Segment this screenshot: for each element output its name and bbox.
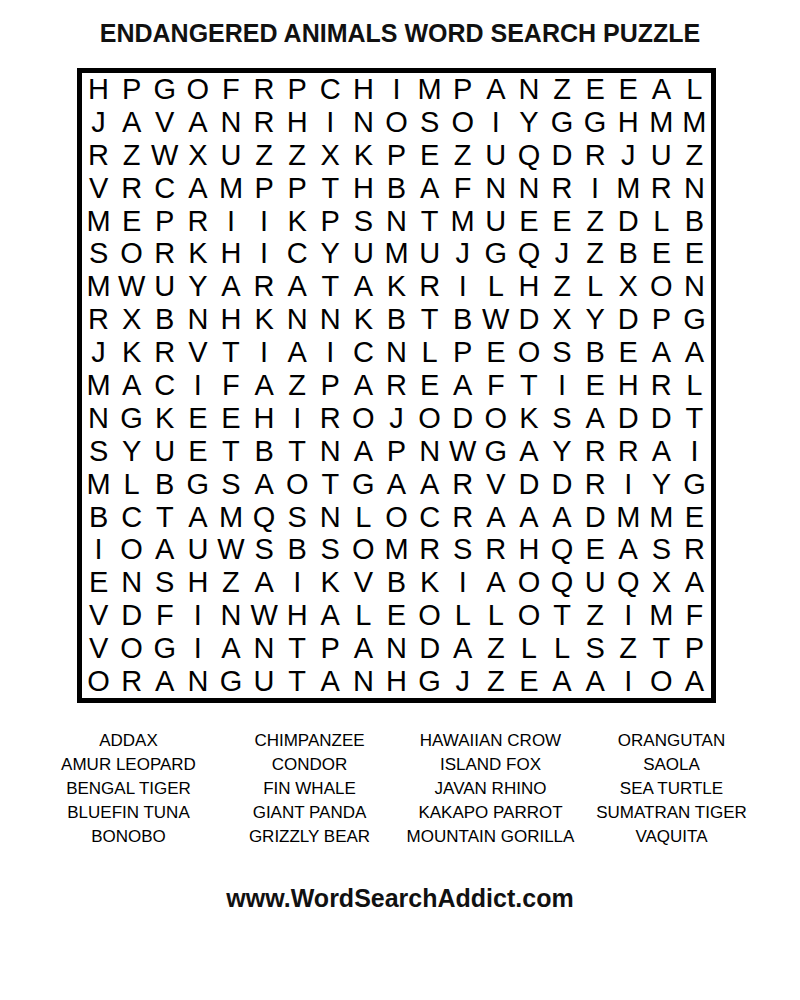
grid-cell[interactable]: K [347, 303, 380, 336]
grid-cell[interactable]: D [512, 303, 545, 336]
grid-cell[interactable]: Z [545, 270, 578, 303]
grid-cell[interactable]: N [82, 402, 115, 435]
grid-cell[interactable]: C [314, 73, 347, 106]
grid-cell[interactable]: G [115, 402, 148, 435]
grid-cell[interactable]: P [314, 205, 347, 238]
grid-cell[interactable]: G [347, 468, 380, 501]
grid-cell[interactable]: Z [612, 632, 645, 665]
grid-cell[interactable]: Q [248, 501, 281, 534]
grid-cell[interactable]: L [678, 73, 711, 106]
grid-cell[interactable]: A [545, 665, 578, 698]
grid-cell[interactable]: R [479, 534, 512, 567]
grid-cell[interactable]: A [214, 270, 247, 303]
grid-cell[interactable]: K [148, 402, 181, 435]
grid-cell[interactable]: F [148, 599, 181, 632]
grid-cell[interactable]: M [82, 369, 115, 402]
grid-cell[interactable]: D [612, 303, 645, 336]
grid-cell[interactable]: U [413, 237, 446, 270]
grid-cell[interactable]: B [380, 303, 413, 336]
grid-cell[interactable]: O [479, 402, 512, 435]
grid-cell[interactable]: I [314, 106, 347, 139]
grid-cell[interactable]: A [413, 172, 446, 205]
grid-cell[interactable]: Z [281, 369, 314, 402]
grid-cell[interactable]: T [148, 501, 181, 534]
grid-cell[interactable]: M [645, 501, 678, 534]
grid-cell[interactable]: E [479, 336, 512, 369]
grid-cell[interactable]: A [645, 435, 678, 468]
grid-cell[interactable]: I [82, 534, 115, 567]
grid-cell[interactable]: D [413, 632, 446, 665]
grid-cell[interactable]: B [248, 435, 281, 468]
grid-cell[interactable]: X [545, 303, 578, 336]
grid-cell[interactable]: C [281, 237, 314, 270]
grid-cell[interactable]: C [148, 369, 181, 402]
grid-cell[interactable]: Z [678, 139, 711, 172]
grid-cell[interactable]: U [347, 237, 380, 270]
grid-cell[interactable]: U [181, 534, 214, 567]
grid-cell[interactable]: R [82, 303, 115, 336]
grid-cell[interactable]: L [479, 270, 512, 303]
grid-cell[interactable]: H [82, 73, 115, 106]
grid-cell[interactable]: Z [579, 205, 612, 238]
grid-cell[interactable]: F [214, 369, 247, 402]
grid-cell[interactable]: Y [579, 303, 612, 336]
grid-cell[interactable]: H [347, 172, 380, 205]
grid-cell[interactable]: W [446, 435, 479, 468]
grid-cell[interactable]: A [115, 106, 148, 139]
grid-cell[interactable]: X [612, 270, 645, 303]
grid-cell[interactable]: L [479, 599, 512, 632]
grid-cell[interactable]: O [512, 566, 545, 599]
grid-cell[interactable]: A [314, 599, 347, 632]
grid-cell[interactable]: A [347, 632, 380, 665]
grid-cell[interactable]: L [347, 501, 380, 534]
grid-cell[interactable]: R [181, 205, 214, 238]
grid-cell[interactable]: Z [579, 599, 612, 632]
grid-cell[interactable]: Z [281, 139, 314, 172]
grid-cell[interactable]: U [248, 665, 281, 698]
grid-cell[interactable]: E [612, 73, 645, 106]
grid-cell[interactable]: A [214, 632, 247, 665]
grid-cell[interactable]: O [82, 665, 115, 698]
grid-cell[interactable]: G [214, 665, 247, 698]
grid-cell[interactable]: H [347, 73, 380, 106]
grid-cell[interactable]: A [314, 665, 347, 698]
grid-cell[interactable]: K [314, 566, 347, 599]
grid-cell[interactable]: O [347, 534, 380, 567]
grid-cell[interactable]: N [314, 303, 347, 336]
grid-cell[interactable]: D [545, 468, 578, 501]
grid-cell[interactable]: G [545, 106, 578, 139]
grid-cell[interactable]: Y [314, 237, 347, 270]
grid-cell[interactable]: I [314, 336, 347, 369]
grid-cell[interactable]: A [115, 369, 148, 402]
grid-cell[interactable]: E [579, 369, 612, 402]
grid-cell[interactable]: C [148, 172, 181, 205]
grid-cell[interactable]: O [115, 632, 148, 665]
grid-cell[interactable]: E [512, 205, 545, 238]
grid-cell[interactable]: N [479, 172, 512, 205]
grid-cell[interactable]: H [281, 599, 314, 632]
grid-cell[interactable]: J [82, 106, 115, 139]
grid-cell[interactable]: E [579, 534, 612, 567]
grid-cell[interactable]: G [413, 665, 446, 698]
grid-cell[interactable]: N [214, 599, 247, 632]
grid-cell[interactable]: Z [479, 632, 512, 665]
grid-cell[interactable]: Q [545, 534, 578, 567]
grid-cell[interactable]: V [82, 172, 115, 205]
grid-cell[interactable]: T [214, 336, 247, 369]
grid-cell[interactable]: Z [115, 139, 148, 172]
grid-cell[interactable]: A [347, 270, 380, 303]
grid-cell[interactable]: H [281, 106, 314, 139]
grid-cell[interactable]: G [479, 237, 512, 270]
grid-cell[interactable]: R [380, 369, 413, 402]
grid-cell[interactable]: X [314, 139, 347, 172]
grid-cell[interactable]: R [612, 435, 645, 468]
grid-cell[interactable]: K [115, 336, 148, 369]
grid-cell[interactable]: L [413, 336, 446, 369]
grid-cell[interactable]: K [512, 402, 545, 435]
grid-cell[interactable]: O [645, 665, 678, 698]
grid-cell[interactable]: O [347, 402, 380, 435]
grid-cell[interactable]: T [545, 599, 578, 632]
grid-cell[interactable]: R [579, 468, 612, 501]
grid-cell[interactable]: T [281, 665, 314, 698]
grid-cell[interactable]: O [181, 73, 214, 106]
grid-cell[interactable]: J [545, 237, 578, 270]
grid-cell[interactable]: A [413, 468, 446, 501]
grid-cell[interactable]: J [82, 336, 115, 369]
grid-cell[interactable]: A [678, 336, 711, 369]
grid-cell[interactable]: T [645, 632, 678, 665]
grid-cell[interactable]: V [148, 106, 181, 139]
grid-cell[interactable]: K [248, 303, 281, 336]
grid-cell[interactable]: N [512, 172, 545, 205]
grid-cell[interactable]: R [248, 270, 281, 303]
grid-cell[interactable]: X [181, 139, 214, 172]
grid-cell[interactable]: P [281, 172, 314, 205]
grid-cell[interactable]: T [281, 435, 314, 468]
grid-cell[interactable]: H [612, 106, 645, 139]
grid-cell[interactable]: E [579, 73, 612, 106]
grid-cell[interactable]: M [214, 172, 247, 205]
grid-cell[interactable]: E [380, 599, 413, 632]
grid-cell[interactable]: S [545, 336, 578, 369]
grid-cell[interactable]: Y [181, 270, 214, 303]
grid-cell[interactable]: W [479, 303, 512, 336]
grid-cell[interactable]: E [512, 665, 545, 698]
grid-cell[interactable]: E [645, 237, 678, 270]
grid-cell[interactable]: F [678, 599, 711, 632]
grid-cell[interactable]: Z [248, 139, 281, 172]
grid-cell[interactable]: O [380, 106, 413, 139]
grid-cell[interactable]: L [545, 632, 578, 665]
grid-cell[interactable]: B [380, 566, 413, 599]
grid-cell[interactable]: X [115, 303, 148, 336]
grid-cell[interactable]: A [446, 632, 479, 665]
grid-cell[interactable]: P [115, 73, 148, 106]
grid-cell[interactable]: G [181, 468, 214, 501]
grid-cell[interactable]: H [214, 303, 247, 336]
grid-cell[interactable]: I [181, 599, 214, 632]
grid-cell[interactable]: U [148, 270, 181, 303]
grid-cell[interactable]: A [248, 566, 281, 599]
grid-cell[interactable]: R [148, 336, 181, 369]
grid-cell[interactable]: I [281, 402, 314, 435]
grid-cell[interactable]: O [281, 468, 314, 501]
grid-cell[interactable]: I [579, 172, 612, 205]
grid-cell[interactable]: T [314, 270, 347, 303]
grid-cell[interactable]: Q [612, 566, 645, 599]
grid-cell[interactable]: D [612, 205, 645, 238]
grid-cell[interactable]: E [181, 435, 214, 468]
grid-cell[interactable]: V [347, 566, 380, 599]
grid-cell[interactable]: C [413, 501, 446, 534]
grid-cell[interactable]: D [545, 139, 578, 172]
grid-cell[interactable]: U [214, 139, 247, 172]
grid-cell[interactable]: M [446, 205, 479, 238]
grid-cell[interactable]: L [645, 205, 678, 238]
grid-cell[interactable]: T [413, 303, 446, 336]
grid-cell[interactable]: T [413, 205, 446, 238]
grid-cell[interactable]: F [214, 73, 247, 106]
grid-cell[interactable]: A [678, 665, 711, 698]
grid-cell[interactable]: M [82, 468, 115, 501]
grid-cell[interactable]: L [446, 599, 479, 632]
grid-cell[interactable]: M [612, 172, 645, 205]
grid-cell[interactable]: E [678, 501, 711, 534]
grid-cell[interactable]: S [281, 501, 314, 534]
grid-cell[interactable]: I [446, 270, 479, 303]
grid-cell[interactable]: S [545, 402, 578, 435]
grid-cell[interactable]: R [248, 106, 281, 139]
grid-cell[interactable]: N [512, 73, 545, 106]
grid-cell[interactable]: T [214, 435, 247, 468]
grid-cell[interactable]: E [214, 402, 247, 435]
grid-cell[interactable]: E [413, 139, 446, 172]
grid-cell[interactable]: V [479, 468, 512, 501]
grid-cell[interactable]: T [281, 632, 314, 665]
grid-cell[interactable]: R [678, 534, 711, 567]
grid-cell[interactable]: A [347, 435, 380, 468]
grid-cell[interactable]: S [413, 106, 446, 139]
grid-cell[interactable]: R [115, 172, 148, 205]
grid-cell[interactable]: A [248, 468, 281, 501]
grid-cell[interactable]: M [612, 501, 645, 534]
grid-cell[interactable]: B [446, 303, 479, 336]
grid-cell[interactable]: L [347, 599, 380, 632]
grid-cell[interactable]: I [281, 566, 314, 599]
grid-cell[interactable]: Y [645, 468, 678, 501]
grid-cell[interactable]: L [115, 468, 148, 501]
grid-cell[interactable]: A [612, 534, 645, 567]
grid-cell[interactable]: A [446, 369, 479, 402]
grid-cell[interactable]: R [545, 172, 578, 205]
grid-cell[interactable]: U [645, 139, 678, 172]
grid-cell[interactable]: A [512, 501, 545, 534]
grid-cell[interactable]: H [380, 665, 413, 698]
grid-cell[interactable]: W [248, 599, 281, 632]
grid-cell[interactable]: R [446, 468, 479, 501]
grid-cell[interactable]: P [314, 632, 347, 665]
grid-cell[interactable]: D [512, 468, 545, 501]
grid-cell[interactable]: E [545, 205, 578, 238]
grid-cell[interactable]: U [579, 566, 612, 599]
grid-cell[interactable]: I [214, 205, 247, 238]
grid-cell[interactable]: S [82, 435, 115, 468]
grid-cell[interactable]: N [413, 435, 446, 468]
grid-cell[interactable]: Q [512, 237, 545, 270]
grid-cell[interactable]: M [380, 534, 413, 567]
grid-cell[interactable]: S [645, 534, 678, 567]
grid-cell[interactable]: N [115, 566, 148, 599]
grid-cell[interactable]: R [446, 501, 479, 534]
grid-cell[interactable]: B [281, 534, 314, 567]
grid-cell[interactable]: R [579, 139, 612, 172]
grid-cell[interactable]: C [115, 501, 148, 534]
grid-cell[interactable]: I [181, 632, 214, 665]
grid-cell[interactable]: W [115, 270, 148, 303]
grid-cell[interactable]: M [82, 270, 115, 303]
grid-cell[interactable]: D [115, 599, 148, 632]
grid-cell[interactable]: N [380, 205, 413, 238]
grid-cell[interactable]: N [380, 336, 413, 369]
grid-cell[interactable]: I [380, 73, 413, 106]
grid-cell[interactable]: I [479, 106, 512, 139]
grid-cell[interactable]: H [214, 237, 247, 270]
grid-cell[interactable]: B [82, 501, 115, 534]
grid-cell[interactable]: V [181, 336, 214, 369]
grid-cell[interactable]: G [579, 106, 612, 139]
grid-cell[interactable]: U [479, 139, 512, 172]
grid-cell[interactable]: G [678, 303, 711, 336]
grid-cell[interactable]: O [413, 402, 446, 435]
grid-cell[interactable]: A [479, 501, 512, 534]
grid-cell[interactable]: F [446, 172, 479, 205]
grid-cell[interactable]: S [148, 566, 181, 599]
grid-cell[interactable]: N [281, 303, 314, 336]
grid-cell[interactable]: S [82, 237, 115, 270]
grid-cell[interactable]: N [678, 270, 711, 303]
grid-cell[interactable]: B [612, 237, 645, 270]
grid-cell[interactable]: D [612, 402, 645, 435]
grid-cell[interactable]: P [281, 73, 314, 106]
grid-cell[interactable]: A [181, 172, 214, 205]
grid-cell[interactable]: R [645, 369, 678, 402]
grid-cell[interactable]: I [248, 336, 281, 369]
grid-cell[interactable]: E [413, 369, 446, 402]
grid-cell[interactable]: P [446, 336, 479, 369]
grid-cell[interactable]: H [612, 369, 645, 402]
grid-cell[interactable]: H [512, 270, 545, 303]
grid-cell[interactable]: S [248, 534, 281, 567]
grid-cell[interactable]: J [446, 665, 479, 698]
grid-cell[interactable]: M [82, 205, 115, 238]
grid-cell[interactable]: Z [579, 237, 612, 270]
grid-cell[interactable]: D [645, 402, 678, 435]
grid-cell[interactable]: R [645, 172, 678, 205]
grid-cell[interactable]: O [512, 336, 545, 369]
grid-cell[interactable]: O [446, 106, 479, 139]
grid-cell[interactable]: N [181, 665, 214, 698]
grid-cell[interactable]: R [248, 73, 281, 106]
grid-cell[interactable]: N [380, 632, 413, 665]
grid-cell[interactable]: Z [479, 665, 512, 698]
grid-cell[interactable]: I [612, 665, 645, 698]
grid-cell[interactable]: J [446, 237, 479, 270]
grid-cell[interactable]: M [380, 237, 413, 270]
grid-cell[interactable]: T [314, 172, 347, 205]
grid-cell[interactable]: L [678, 369, 711, 402]
grid-cell[interactable]: K [347, 139, 380, 172]
grid-cell[interactable]: M [214, 501, 247, 534]
grid-cell[interactable]: P [678, 632, 711, 665]
grid-cell[interactable]: E [115, 205, 148, 238]
grid-cell[interactable]: O [645, 270, 678, 303]
grid-cell[interactable]: N [214, 106, 247, 139]
grid-cell[interactable]: Z [446, 139, 479, 172]
grid-cell[interactable]: A [148, 665, 181, 698]
grid-cell[interactable]: A [545, 501, 578, 534]
grid-cell[interactable]: P [446, 73, 479, 106]
grid-cell[interactable]: G [148, 73, 181, 106]
grid-cell[interactable]: A [347, 369, 380, 402]
grid-cell[interactable]: W [148, 139, 181, 172]
grid-cell[interactable]: A [181, 106, 214, 139]
grid-cell[interactable]: E [612, 336, 645, 369]
grid-cell[interactable]: O [512, 599, 545, 632]
grid-cell[interactable]: K [380, 270, 413, 303]
grid-cell[interactable]: N [181, 303, 214, 336]
grid-cell[interactable]: S [579, 632, 612, 665]
grid-cell[interactable]: O [413, 599, 446, 632]
grid-cell[interactable]: M [678, 106, 711, 139]
grid-cell[interactable]: A [678, 566, 711, 599]
grid-cell[interactable]: S [347, 205, 380, 238]
grid-cell[interactable]: L [512, 632, 545, 665]
grid-cell[interactable]: M [645, 106, 678, 139]
grid-cell[interactable]: K [181, 237, 214, 270]
grid-cell[interactable]: G [678, 468, 711, 501]
grid-cell[interactable]: R [413, 270, 446, 303]
grid-cell[interactable]: D [446, 402, 479, 435]
grid-cell[interactable]: R [115, 665, 148, 698]
grid-cell[interactable]: A [148, 534, 181, 567]
grid-cell[interactable]: H [181, 566, 214, 599]
grid-cell[interactable]: R [413, 534, 446, 567]
grid-cell[interactable]: O [115, 237, 148, 270]
grid-cell[interactable]: B [148, 468, 181, 501]
grid-cell[interactable]: G [479, 435, 512, 468]
grid-cell[interactable]: I [612, 599, 645, 632]
grid-cell[interactable]: W [214, 534, 247, 567]
grid-cell[interactable]: T [678, 402, 711, 435]
grid-cell[interactable]: I [248, 237, 281, 270]
grid-cell[interactable]: R [314, 402, 347, 435]
grid-cell[interactable]: A [512, 435, 545, 468]
grid-cell[interactable]: S [214, 468, 247, 501]
grid-cell[interactable]: N [678, 172, 711, 205]
grid-cell[interactable]: I [545, 369, 578, 402]
grid-cell[interactable]: R [579, 435, 612, 468]
grid-cell[interactable]: K [281, 205, 314, 238]
grid-cell[interactable]: S [314, 534, 347, 567]
grid-cell[interactable]: G [148, 632, 181, 665]
grid-cell[interactable]: N [314, 435, 347, 468]
grid-cell[interactable]: P [645, 303, 678, 336]
grid-cell[interactable]: X [645, 566, 678, 599]
